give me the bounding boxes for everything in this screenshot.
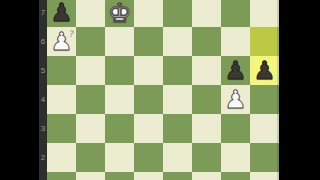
- square-g4[interactable]: ♟: [221, 85, 250, 114]
- square-e2[interactable]: [163, 143, 192, 172]
- square-f1[interactable]: [192, 172, 221, 180]
- square-h3[interactable]: [250, 114, 279, 143]
- square-a3[interactable]: [47, 114, 76, 143]
- square-h6[interactable]: [250, 27, 279, 56]
- rank-label-2: 2: [39, 153, 47, 163]
- square-a5[interactable]: [47, 56, 76, 85]
- square-c7[interactable]: ♚: [105, 0, 134, 27]
- square-e7[interactable]: [163, 0, 192, 27]
- square-b6[interactable]: [76, 27, 105, 56]
- square-b5[interactable]: [76, 56, 105, 85]
- square-a4[interactable]: [47, 85, 76, 114]
- square-b3[interactable]: [76, 114, 105, 143]
- square-d7[interactable]: [134, 0, 163, 27]
- square-c1[interactable]: [105, 172, 134, 180]
- square-g6[interactable]: [221, 27, 250, 56]
- square-a2[interactable]: [47, 143, 76, 172]
- square-h1[interactable]: [250, 172, 279, 180]
- square-h5[interactable]: ♟: [250, 56, 279, 85]
- chess-board: ♟♚♟?♟♟♟: [47, 0, 279, 180]
- square-c6[interactable]: [105, 27, 134, 56]
- square-e3[interactable]: [163, 114, 192, 143]
- square-d6[interactable]: [134, 27, 163, 56]
- square-b7[interactable]: [76, 0, 105, 27]
- square-h7[interactable]: [250, 0, 279, 27]
- square-h4[interactable]: [250, 85, 279, 114]
- square-g7[interactable]: [221, 0, 250, 27]
- rank-label-3: 3: [39, 124, 47, 134]
- square-f3[interactable]: [192, 114, 221, 143]
- square-a6[interactable]: ♟?: [47, 27, 76, 56]
- square-e1[interactable]: [163, 172, 192, 180]
- square-e5[interactable]: [163, 56, 192, 85]
- square-a7[interactable]: ♟: [47, 0, 76, 27]
- square-g5[interactable]: ♟: [221, 56, 250, 85]
- square-f4[interactable]: [192, 85, 221, 114]
- square-d4[interactable]: [134, 85, 163, 114]
- square-g2[interactable]: [221, 143, 250, 172]
- piece-black-pawn[interactable]: ♟: [221, 56, 250, 85]
- square-g3[interactable]: [221, 114, 250, 143]
- piece-white-king[interactable]: ♚: [105, 0, 134, 27]
- square-d3[interactable]: [134, 114, 163, 143]
- square-f6[interactable]: [192, 27, 221, 56]
- square-g1[interactable]: [221, 172, 250, 180]
- square-f7[interactable]: [192, 0, 221, 27]
- square-c2[interactable]: [105, 143, 134, 172]
- rank-label-5: 5: [39, 66, 47, 76]
- piece-black-pawn[interactable]: ♟: [250, 56, 279, 85]
- square-a1[interactable]: [47, 172, 76, 180]
- chess-app-screen: ♟♚♟?♟♟♟ 765432: [0, 0, 320, 180]
- rank-label-7: 7: [39, 8, 47, 18]
- piece-white-pawn[interactable]: ♟: [47, 27, 76, 56]
- square-d1[interactable]: [134, 172, 163, 180]
- rank-label-4: 4: [39, 95, 47, 105]
- square-e6[interactable]: [163, 27, 192, 56]
- square-e4[interactable]: [163, 85, 192, 114]
- square-b4[interactable]: [76, 85, 105, 114]
- square-b1[interactable]: [76, 172, 105, 180]
- square-c5[interactable]: [105, 56, 134, 85]
- square-d2[interactable]: [134, 143, 163, 172]
- square-f5[interactable]: [192, 56, 221, 85]
- piece-black-pawn[interactable]: ♟: [47, 0, 76, 27]
- square-c4[interactable]: [105, 85, 134, 114]
- square-f2[interactable]: [192, 143, 221, 172]
- square-c3[interactable]: [105, 114, 134, 143]
- piece-white-pawn[interactable]: ♟: [221, 85, 250, 114]
- rank-label-6: 6: [39, 37, 47, 47]
- square-h2[interactable]: [250, 143, 279, 172]
- square-b2[interactable]: [76, 143, 105, 172]
- square-d5[interactable]: [134, 56, 163, 85]
